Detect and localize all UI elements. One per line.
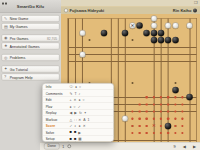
score-dot <box>181 96 183 98</box>
sidebar-item-new-game[interactable]: ✎New Game <box>2 15 60 22</box>
tool-icon: T <box>74 91 76 95</box>
tool-row-icons: ⓘ●○ <box>70 85 82 89</box>
bottom-toolbar: Done 1 9 ◀ ▶ <box>40 142 200 150</box>
black-stone[interactable] <box>151 30 158 37</box>
score-dot <box>174 132 176 134</box>
white-stone[interactable] <box>79 30 86 37</box>
white-player-name: Fujisawa Hideyuki <box>70 8 105 13</box>
score-dot <box>138 103 140 105</box>
sidebar-group: ✦Go Tutorial?Program Help <box>2 66 60 81</box>
black-stone[interactable] <box>172 37 179 44</box>
move-number: 9 <box>174 144 176 149</box>
white-stone[interactable] <box>186 22 193 29</box>
score-dot <box>167 103 169 105</box>
sidebar-item-label: Problems <box>10 55 58 60</box>
tool-row-setup[interactable]: Setup■■▦ <box>43 135 114 142</box>
app-window: SmartGo Kifu ✎New Game▤My Games◉Pro Game… <box>0 0 200 150</box>
white-stone[interactable] <box>165 22 172 29</box>
black-stone[interactable] <box>136 22 143 29</box>
white-stone-icon <box>64 8 68 12</box>
status-icons <box>2 3 7 5</box>
white-stone[interactable]: ✕ <box>129 22 136 29</box>
tool-icon: ■ <box>74 130 76 134</box>
black-stone[interactable] <box>158 37 165 44</box>
sidebar-group: ◉Pro Games82,705★Annotated Games <box>2 35 60 50</box>
tool-icon: ◀ <box>70 111 73 115</box>
layout-icon[interactable]: ❐ <box>194 1 198 5</box>
tool-icon: A <box>83 117 85 121</box>
sidebar-menu: ✎New Game▤My Games◉Pro Games82,705★Annot… <box>0 13 61 88</box>
score-dot <box>160 103 162 105</box>
sidebar-item-label: Pro Games <box>10 36 48 41</box>
tool-row-label: Info <box>46 85 70 89</box>
score-dot <box>160 132 162 134</box>
tool-icon: ○ <box>74 104 76 108</box>
black-player-name: Rin Kaiho <box>173 8 192 13</box>
tool-row-icons: ■■▶ <box>70 130 82 134</box>
tool-icon: ▶ <box>74 111 77 115</box>
tool-icon: ■ <box>70 130 72 134</box>
sidebar-item-go-tutorial[interactable]: ✦Go Tutorial <box>2 66 60 73</box>
panel-top-bar: ❐ <box>61 0 200 7</box>
score-dot <box>160 125 162 127</box>
tool-row-icons: △□✕A1 <box>70 117 90 121</box>
tool-icon: ▶ <box>78 130 81 134</box>
score-dot <box>174 117 176 119</box>
sidebar-group: ◎Problems <box>2 54 60 61</box>
tool-icon: □ <box>74 117 76 121</box>
score-dot <box>146 117 148 119</box>
sidebar-header: SmartGo Kifu <box>0 0 61 13</box>
sidebar-item-label: Program Help <box>10 75 58 80</box>
tool-icon: ✕ <box>83 124 86 128</box>
tool-icon: ○ <box>79 85 81 89</box>
score-dot <box>153 103 155 105</box>
sidebar-item-problems[interactable]: ◎Problems <box>2 54 60 61</box>
score-dot <box>167 110 169 112</box>
star-point <box>131 39 133 41</box>
score-dot <box>181 110 183 112</box>
done-button[interactable]: Done <box>44 143 59 149</box>
score-dot <box>146 125 148 127</box>
score-dot <box>146 110 148 112</box>
sidebar-item-label: Annotated Games <box>10 44 58 49</box>
star-point <box>88 39 90 41</box>
tool-row-icons: ✓◐●✕ <box>70 124 86 128</box>
prev-move-button[interactable]: ◀ <box>183 144 186 148</box>
tool-icon: ● <box>78 98 80 102</box>
black-stone[interactable] <box>151 37 158 44</box>
tool-icon: ⓘ <box>70 85 74 89</box>
x-mark: ✕ <box>131 24 134 28</box>
star-point <box>131 82 133 84</box>
score-dot <box>131 125 133 127</box>
tool-row-icons: +✕●○ <box>70 98 85 102</box>
tool-icon: ◐ <box>74 124 76 128</box>
score-dot <box>153 110 155 112</box>
tool-row-icons: ■■▦ <box>70 137 82 141</box>
tool-icon: ✦ <box>84 111 87 115</box>
score-dot <box>181 103 183 105</box>
black-stone[interactable] <box>186 94 193 101</box>
x-marker: ✕ <box>152 124 156 129</box>
tool-row-icons: ●○✓ <box>70 104 81 108</box>
score-dot <box>167 132 169 134</box>
score-dot <box>174 103 176 105</box>
tool-icon: ▦ <box>78 137 81 141</box>
star-point <box>174 82 176 84</box>
score-dot <box>138 110 140 112</box>
sidebar-item-label: Go Tutorial <box>10 67 58 72</box>
score-dot <box>153 96 155 98</box>
sidebar-item-pro-games[interactable]: ◉Pro Games82,705 <box>2 35 60 42</box>
score-dot <box>131 110 133 112</box>
black-stone[interactable] <box>101 30 108 37</box>
score-dot <box>153 117 155 119</box>
tool-row-icons: ◀▶↻✦ <box>70 111 87 115</box>
app-title: SmartGo Kifu <box>17 4 44 9</box>
black-stone[interactable] <box>122 30 129 37</box>
white-stone[interactable] <box>79 51 86 58</box>
tool-icon: ○ <box>83 98 85 102</box>
white-stone[interactable] <box>122 115 129 122</box>
score-dot <box>160 117 162 119</box>
white-stone[interactable] <box>151 15 158 22</box>
tool-row-label: Markup <box>46 117 70 121</box>
score-dot <box>167 117 169 119</box>
next-move-button[interactable]: ▶ <box>193 144 196 148</box>
tool-icon: ● <box>70 104 72 108</box>
score-dot <box>146 96 148 98</box>
tool-icon: + <box>70 98 72 102</box>
score-dot <box>153 132 155 134</box>
tool-row-label: Score <box>46 124 70 128</box>
tool-icon: 1 <box>88 117 90 121</box>
sidebar-group: ✎New Game▤My Games <box>2 15 60 30</box>
black-stone[interactable] <box>165 37 172 44</box>
counter-label: 1 <box>62 145 64 149</box>
sidebar-item-program-help[interactable]: ?Program Help <box>2 74 60 81</box>
black-stone[interactable] <box>165 123 172 130</box>
score-dot <box>146 132 148 134</box>
tool-icon: ✓ <box>78 104 81 108</box>
score-dot <box>160 96 162 98</box>
sidebar-item-detail: 82,705 <box>47 36 57 40</box>
tool-icon: ● <box>75 85 77 89</box>
score-dot <box>167 96 169 98</box>
score-dot <box>174 110 176 112</box>
tool-icon: ✕ <box>78 117 81 121</box>
score-dot <box>138 125 140 127</box>
black-stone[interactable] <box>143 30 150 37</box>
stone-toggle-icon[interactable] <box>67 145 71 149</box>
white-stone[interactable] <box>172 22 179 29</box>
sidebar-item-annotated-games[interactable]: ★Annotated Games <box>2 43 60 50</box>
sidebar-item-label: My Games <box>10 24 58 29</box>
tool-icon: ● <box>79 124 81 128</box>
tool-row-label: Solve <box>46 130 70 134</box>
black-stone[interactable] <box>172 87 179 94</box>
tool-icon: ✕ <box>74 98 77 102</box>
tool-row-label: Comments <box>46 91 70 95</box>
tool-icon: ✎ <box>70 91 73 95</box>
tool-icon: ✓ <box>70 124 73 128</box>
black-stone[interactable] <box>158 30 165 37</box>
tool-row-label: Replay <box>46 111 70 115</box>
tool-row-label: Edit <box>46 98 70 102</box>
tool-icon: △ <box>70 117 73 121</box>
score-dot <box>160 110 162 112</box>
tool-icon: ♪ <box>79 91 81 95</box>
tool-row-label: Play <box>46 104 70 108</box>
score-dot <box>131 117 133 119</box>
score-dot <box>131 132 133 134</box>
score-dot <box>181 117 183 119</box>
tools-popup: Infoⓘ●○Comments✎T♪Edit+✕●○Play●○✓Replay◀… <box>42 83 114 142</box>
tool-icon: ↻ <box>79 111 82 115</box>
score-dot <box>138 132 140 134</box>
score-dot <box>174 96 176 98</box>
score-dot <box>174 125 176 127</box>
score-dot <box>146 103 148 105</box>
tool-row-icons: ✎T♪ <box>70 91 81 95</box>
black-stone-icon <box>193 8 197 12</box>
score-dot <box>181 125 183 127</box>
white-stone[interactable] <box>151 22 158 29</box>
tool-icon: ■ <box>70 137 72 141</box>
tool-icon: ■ <box>74 137 76 141</box>
score-dot <box>138 117 140 119</box>
sidebar-item-label: New Game <box>10 16 58 21</box>
tool-row-label: Setup <box>46 137 70 141</box>
sidebar-item-my-games[interactable]: ▤My Games <box>2 23 60 30</box>
score-dot <box>181 132 183 134</box>
